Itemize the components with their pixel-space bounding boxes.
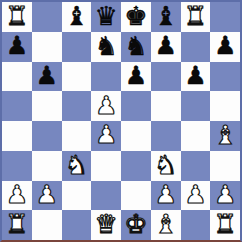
square-d4[interactable]: ♟ — [91, 121, 121, 151]
square-b3[interactable] — [32, 151, 62, 181]
square-d2[interactable] — [91, 181, 121, 211]
piece-black-knight: ♞ — [94, 33, 117, 59]
square-f5[interactable] — [151, 91, 181, 121]
square-c3[interactable]: ♞ — [62, 151, 92, 181]
piece-white-pawn: ♟ — [35, 182, 57, 207]
piece-white-rook: ♜ — [5, 211, 28, 237]
piece-black-king: ♚ — [124, 3, 147, 29]
square-h2[interactable]: ♟ — [210, 181, 240, 211]
piece-black-bishop: ♝ — [65, 3, 88, 29]
square-c4[interactable] — [62, 121, 92, 151]
square-c6[interactable] — [62, 62, 92, 92]
square-a1[interactable]: ♜ — [2, 210, 32, 240]
square-f1[interactable]: ♝ — [151, 210, 181, 240]
piece-white-rook: ♜ — [213, 211, 236, 237]
square-b2[interactable]: ♟ — [32, 181, 62, 211]
square-h1[interactable]: ♜ — [210, 210, 240, 240]
square-f6[interactable] — [151, 62, 181, 92]
square-a4[interactable] — [2, 121, 32, 151]
square-d8[interactable]: ♛ — [91, 2, 121, 32]
piece-black-pawn: ♟ — [35, 63, 57, 88]
piece-white-knight: ♞ — [154, 152, 177, 178]
square-b1[interactable] — [32, 210, 62, 240]
piece-white-pawn: ♟ — [95, 122, 117, 147]
square-e6[interactable]: ♟ — [121, 62, 151, 92]
square-b7[interactable] — [32, 32, 62, 62]
square-f2[interactable]: ♟ — [151, 181, 181, 211]
square-b4[interactable] — [32, 121, 62, 151]
piece-black-knight: ♞ — [124, 33, 147, 59]
square-h6[interactable] — [210, 62, 240, 92]
piece-white-pawn: ♟ — [6, 182, 28, 207]
piece-white-bishop: ♝ — [213, 122, 236, 148]
chess-board-stage: ♜♝♛♚♝♜♟♞♞♟♟♟♟♟♟♟♝♞♞♟♟♟♟♟♜♛♚♝♜ — [0, 0, 242, 242]
piece-white-pawn: ♟ — [214, 182, 236, 207]
square-c7[interactable] — [62, 32, 92, 62]
square-g2[interactable]: ♟ — [181, 181, 211, 211]
square-a7[interactable]: ♟ — [2, 32, 32, 62]
square-a3[interactable] — [2, 151, 32, 181]
piece-black-queen: ♛ — [94, 3, 117, 29]
square-c2[interactable] — [62, 181, 92, 211]
square-g7[interactable] — [181, 32, 211, 62]
square-g6[interactable]: ♟ — [181, 62, 211, 92]
piece-white-queen: ♛ — [94, 211, 117, 237]
square-b8[interactable] — [32, 2, 62, 32]
square-d3[interactable] — [91, 151, 121, 181]
square-h8[interactable] — [210, 2, 240, 32]
piece-black-pawn: ♟ — [184, 63, 206, 88]
square-f4[interactable] — [151, 121, 181, 151]
square-b5[interactable] — [32, 91, 62, 121]
piece-white-pawn: ♟ — [95, 93, 117, 118]
square-d5[interactable]: ♟ — [91, 91, 121, 121]
piece-black-pawn: ♟ — [125, 63, 147, 88]
square-e4[interactable] — [121, 121, 151, 151]
square-g5[interactable] — [181, 91, 211, 121]
square-c5[interactable] — [62, 91, 92, 121]
square-f8[interactable]: ♝ — [151, 2, 181, 32]
square-c8[interactable]: ♝ — [62, 2, 92, 32]
chess-board: ♜♝♛♚♝♜♟♞♞♟♟♟♟♟♟♟♝♞♞♟♟♟♟♟♜♛♚♝♜ — [0, 0, 242, 242]
square-h5[interactable] — [210, 91, 240, 121]
piece-white-king: ♚ — [124, 211, 147, 237]
square-g3[interactable] — [181, 151, 211, 181]
square-f7[interactable]: ♟ — [151, 32, 181, 62]
square-d1[interactable]: ♛ — [91, 210, 121, 240]
square-g1[interactable] — [181, 210, 211, 240]
square-e7[interactable]: ♞ — [121, 32, 151, 62]
piece-black-bishop: ♝ — [154, 3, 177, 29]
piece-black-pawn: ♟ — [214, 33, 236, 58]
square-a8[interactable]: ♜ — [2, 2, 32, 32]
square-e5[interactable] — [121, 91, 151, 121]
square-b6[interactable]: ♟ — [32, 62, 62, 92]
square-g8[interactable]: ♜ — [181, 2, 211, 32]
square-h3[interactable] — [210, 151, 240, 181]
piece-black-pawn: ♟ — [6, 33, 28, 58]
square-g4[interactable] — [181, 121, 211, 151]
piece-white-rook: ♜ — [184, 3, 207, 29]
piece-white-pawn: ♟ — [154, 182, 176, 207]
square-h4[interactable]: ♝ — [210, 121, 240, 151]
square-e8[interactable]: ♚ — [121, 2, 151, 32]
piece-black-pawn: ♟ — [154, 33, 176, 58]
piece-white-rook: ♜ — [5, 3, 28, 29]
square-e2[interactable] — [121, 181, 151, 211]
square-h7[interactable]: ♟ — [210, 32, 240, 62]
square-c1[interactable] — [62, 210, 92, 240]
piece-white-bishop: ♝ — [154, 211, 177, 237]
square-e1[interactable]: ♚ — [121, 210, 151, 240]
piece-white-knight: ♞ — [65, 152, 88, 178]
square-d6[interactable] — [91, 62, 121, 92]
square-a2[interactable]: ♟ — [2, 181, 32, 211]
square-d7[interactable]: ♞ — [91, 32, 121, 62]
square-e3[interactable] — [121, 151, 151, 181]
square-a5[interactable] — [2, 91, 32, 121]
piece-white-pawn: ♟ — [184, 182, 206, 207]
square-f3[interactable]: ♞ — [151, 151, 181, 181]
square-a6[interactable] — [2, 62, 32, 92]
